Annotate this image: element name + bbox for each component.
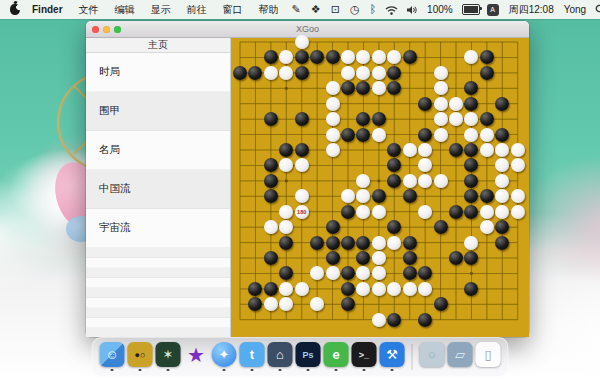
- black-stone-r1c4: [295, 50, 309, 64]
- black-stone-r14c2: [264, 251, 278, 265]
- white-stone-r7c6: [326, 143, 340, 157]
- dock-item-home-app-icon[interactable]: ⌂: [268, 342, 293, 371]
- bluetooth-icon[interactable]: ᛒ: [369, 4, 376, 15]
- dock-item-terminal-icon[interactable]: >_: [352, 342, 377, 371]
- black-stone-r6c7: [341, 128, 355, 142]
- white-stone-r0c4: [295, 35, 309, 49]
- menu-item-3[interactable]: 显示: [143, 3, 179, 17]
- menu-item-5[interactable]: 窗口: [215, 3, 251, 17]
- sidebar-empty-row: [86, 308, 230, 318]
- black-stone-r4c17: [495, 97, 509, 111]
- black-stone-r13c3: [279, 236, 293, 250]
- window-content: 主页 时局围甲名局中国流宇宙流 180: [86, 38, 529, 337]
- volume-icon[interactable]: [406, 5, 418, 15]
- black-stone-r12c13: [434, 220, 448, 234]
- white-stone-r16c12: [418, 282, 432, 296]
- window-title: XGoo: [86, 24, 529, 34]
- black-stone-r4c12: [418, 97, 432, 111]
- white-stone-r2c9: [372, 66, 386, 80]
- sidebar: 主页 时局围甲名局中国流宇宙流: [86, 38, 231, 337]
- dock-item-finder-icon[interactable]: ☺: [100, 342, 125, 371]
- dock: ☺●○✶★✦t⌂Pse>_⚒○▱▯: [92, 337, 509, 377]
- black-stone-r18c10: [387, 313, 401, 327]
- black-stone-r13c7: [341, 236, 355, 250]
- white-stone-r11c16: [480, 205, 494, 219]
- menu-clock[interactable]: 周四12:08: [509, 3, 554, 17]
- black-stone-r2c0: [233, 66, 247, 80]
- black-stone-r5c2: [264, 112, 278, 126]
- white-stone-r10c4: [295, 189, 309, 203]
- white-stone-r4c13: [434, 97, 448, 111]
- white-stone-r7c18: [511, 143, 525, 157]
- black-stone-r2c4: [295, 66, 309, 80]
- black-stone-r5c9: [372, 112, 386, 126]
- white-stone-r4c14: [449, 97, 463, 111]
- white-stone-r2c7: [341, 66, 355, 80]
- black-stone-r13c5: [310, 236, 324, 250]
- xgoo-window: XGoo 主页 时局围甲名局中国流宇宙流 180: [86, 21, 529, 337]
- black-stone-r14c14: [449, 251, 463, 265]
- sidebar-item-宇宙流[interactable]: 宇宙流: [86, 209, 230, 248]
- running-indicator: [335, 369, 338, 372]
- menu-item-6[interactable]: 帮助: [251, 3, 287, 17]
- running-indicator: [111, 369, 114, 372]
- photoshop-icon: Ps: [296, 342, 321, 367]
- white-stone-r15c6: [326, 266, 340, 280]
- xcode-icon: ⚒: [380, 342, 405, 367]
- menu-item-1[interactable]: 文件: [71, 3, 107, 17]
- white-stone-r5c6: [326, 112, 340, 126]
- black-stone-r1c11: [403, 50, 417, 64]
- white-stone-r16c9: [372, 282, 386, 296]
- black-stone-r16c7: [341, 282, 355, 296]
- clock-icon[interactable]: ◷: [350, 4, 360, 15]
- white-stone-r11c12: [418, 205, 432, 219]
- white-stone-r12c2: [264, 220, 278, 234]
- white-stone-r10c18: [511, 189, 525, 203]
- black-stone-r5c4: [295, 112, 309, 126]
- battery-percent[interactable]: 100%: [427, 4, 453, 15]
- white-stone-r6c16: [480, 128, 494, 142]
- white-stone-r11c8: [356, 205, 370, 219]
- white-stone-r13c9: [372, 236, 386, 250]
- white-stone-r3c6: [326, 81, 340, 95]
- purple-star-app-icon: ★: [184, 342, 209, 367]
- black-stone-r16c2: [264, 282, 278, 296]
- white-stone-r6c13: [434, 128, 448, 142]
- finder-icon: ☺: [100, 342, 125, 367]
- input-source-icon[interactable]: A: [487, 4, 499, 16]
- menu-user[interactable]: Yong: [564, 4, 586, 15]
- black-stone-r1c6: [326, 50, 340, 64]
- black-stone-r11c14: [449, 205, 463, 219]
- white-stone-r9c11: [403, 174, 417, 188]
- sidebar-empty-row: [86, 298, 230, 308]
- black-stone-r10c11: [403, 189, 417, 203]
- white-stone-r16c4: [295, 282, 309, 296]
- black-stone-r13c6: [326, 236, 340, 250]
- menu-item-0[interactable]: Finder: [24, 4, 71, 15]
- sidebar-item-时局[interactable]: 时局: [86, 53, 230, 92]
- sidebar-item-名局[interactable]: 名局: [86, 131, 230, 170]
- move-number-label: 180: [295, 205, 309, 219]
- white-stone-r18c9: [372, 313, 386, 327]
- go-board[interactable]: 180: [231, 38, 529, 337]
- white-stone-r11c17: [495, 205, 509, 219]
- running-indicator: [307, 369, 310, 372]
- dock-item-evernote-icon[interactable]: e: [324, 342, 349, 371]
- swirl-icon[interactable]: ❖: [311, 4, 321, 15]
- black-stone-r12c6: [326, 220, 340, 234]
- sidebar-empty-row: [86, 328, 230, 337]
- white-stone-r11c3: [279, 205, 293, 219]
- apple-menu-icon[interactable]: [10, 4, 20, 15]
- white-stone-r4c6: [326, 97, 340, 111]
- black-stone-r14c6: [326, 251, 340, 265]
- white-stone-r11c4: 180: [295, 205, 309, 219]
- terminal-icon: >_: [352, 342, 377, 367]
- black-stone-r13c11: [403, 236, 417, 250]
- running-indicator: [167, 369, 170, 372]
- black-stone-r7c4: [295, 143, 309, 157]
- running-indicator: [391, 369, 394, 372]
- white-stone-r13c10: [387, 236, 401, 250]
- sidebar-empty-row: [86, 248, 230, 258]
- wifi-icon[interactable]: [385, 5, 398, 15]
- white-stone-r13c15: [464, 236, 478, 250]
- black-stone-r4c15: [464, 97, 478, 111]
- home-app-icon: ⌂: [268, 342, 293, 367]
- white-stone-r6c15: [464, 128, 478, 142]
- sidebar-list: 时局围甲名局中国流宇宙流: [86, 53, 230, 337]
- menu-item-2[interactable]: 编辑: [107, 3, 143, 17]
- dock-item-xcode-icon[interactable]: ⚒: [380, 342, 405, 371]
- twitter-icon: t: [240, 342, 265, 367]
- black-stone-r7c14: [449, 143, 463, 157]
- black-stone-r13c8: [356, 236, 370, 250]
- dock-separator: [412, 344, 413, 370]
- black-stone-r14c11: [403, 251, 417, 265]
- display-icon[interactable]: ⊡: [331, 4, 340, 15]
- dock-item-safari-icon[interactable]: ✦: [212, 342, 237, 371]
- white-stone-r2c2: [264, 66, 278, 80]
- muted-app-icon: ○: [420, 342, 445, 367]
- running-indicator: [251, 369, 254, 372]
- sidebar-empty-row: [86, 278, 230, 288]
- white-stone-r14c9: [372, 251, 386, 265]
- black-stone-r6c17: [495, 128, 509, 142]
- sidebar-empty-row: [86, 318, 230, 328]
- black-stone-r15c11: [403, 266, 417, 280]
- white-stone-r3c13: [434, 81, 448, 95]
- sidebar-empty-row: [86, 268, 230, 278]
- white-stone-r8c18: [511, 158, 525, 172]
- dock-item-twitter-icon[interactable]: t: [240, 342, 265, 371]
- sidebar-header: 主页: [86, 38, 230, 53]
- white-stone-r6c6: [326, 128, 340, 142]
- white-stone-r12c16: [480, 220, 494, 234]
- white-stone-r2c13: [434, 66, 448, 80]
- sidebar-empty-row: [86, 288, 230, 298]
- black-stone-r5c16: [480, 112, 494, 126]
- black-stone-r2c16: [480, 66, 494, 80]
- dock-item-photo-palm-app-icon[interactable]: ✶: [156, 342, 181, 371]
- xgoo-go-app-icon: ●○: [128, 342, 153, 367]
- menu-right: ✎❖⊡◷ᛒ100%A周四12:08Yong≡: [287, 3, 600, 17]
- white-stone-r7c16: [480, 143, 494, 157]
- white-stone-r6c9: [372, 128, 386, 142]
- running-indicator: [363, 369, 366, 372]
- black-stone-r11c15: [464, 205, 478, 219]
- sidebar-item-中国流[interactable]: 中国流: [86, 170, 230, 209]
- menu-left: Finder文件编辑显示前往窗口帮助: [0, 3, 287, 17]
- evernote-icon: e: [324, 342, 349, 367]
- pen-icon[interactable]: ✎: [292, 4, 301, 15]
- photo-palm-app-icon: ✶: [156, 342, 181, 367]
- dock-item-trash-icon[interactable]: ▯: [476, 342, 501, 371]
- black-stone-r6c8: [356, 128, 370, 142]
- menu-bar: Finder文件编辑显示前往窗口帮助 ✎❖⊡◷ᛒ100%A周四12:08Yong…: [0, 0, 600, 19]
- dock-item-muted-app-icon[interactable]: ○: [420, 342, 445, 371]
- black-stone-r17c13: [434, 297, 448, 311]
- dock-item-photoshop-icon[interactable]: Ps: [296, 342, 321, 371]
- black-stone-r13c17: [495, 236, 509, 250]
- running-indicator: [223, 369, 226, 372]
- dock-item-xgoo-go-app-icon[interactable]: ●○: [128, 342, 153, 371]
- white-stone-r9c12: [418, 174, 432, 188]
- title-bar[interactable]: XGoo: [86, 21, 529, 38]
- white-stone-r11c9: [372, 205, 386, 219]
- sidebar-item-围甲[interactable]: 围甲: [86, 92, 230, 131]
- white-stone-r11c18: [511, 205, 525, 219]
- black-stone-r6c12: [418, 128, 432, 142]
- folder-icon: ▱: [448, 342, 473, 367]
- white-stone-r16c11: [403, 282, 417, 296]
- white-stone-r8c4: [295, 158, 309, 172]
- white-stone-r7c11: [403, 143, 417, 157]
- safari-icon: ✦: [212, 342, 237, 367]
- black-stone-r11c7: [341, 205, 355, 219]
- dock-item-folder-icon[interactable]: ▱: [448, 342, 473, 371]
- sidebar-empty-row: [86, 258, 230, 268]
- spotlight-icon[interactable]: [595, 4, 600, 15]
- black-stone-r9c2: [264, 174, 278, 188]
- black-stone-r18c12: [418, 313, 432, 327]
- white-stone-r9c13: [434, 174, 448, 188]
- running-indicator: [139, 369, 142, 372]
- white-stone-r5c13: [434, 112, 448, 126]
- dock-item-purple-star-app-icon[interactable]: ★: [184, 342, 209, 371]
- running-indicator: [279, 369, 282, 372]
- battery-icon[interactable]: [462, 4, 480, 15]
- trash-icon: ▯: [476, 342, 501, 367]
- menu-item-4[interactable]: 前往: [179, 3, 215, 17]
